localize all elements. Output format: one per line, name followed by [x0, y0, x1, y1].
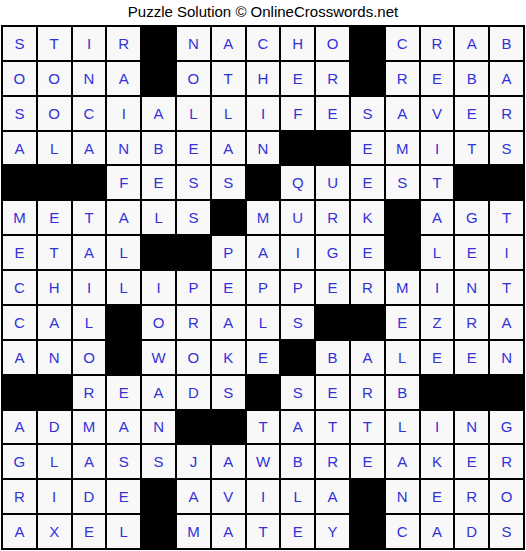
letter-cell: E [455, 236, 488, 269]
letter-cell: X [38, 515, 71, 548]
letter-cell: M [386, 132, 419, 165]
letter-cell: O [177, 341, 210, 374]
letter-cell: Q [281, 166, 314, 199]
block-cell [351, 480, 384, 513]
letter-cell: E [316, 97, 349, 130]
letter-cell: R [316, 201, 349, 234]
letter-cell: T [490, 271, 523, 304]
letter-cell: S [212, 166, 245, 199]
letter-cell: S [281, 306, 314, 339]
letter-cell: E [316, 376, 349, 409]
letter-cell: A [177, 480, 210, 513]
letter-cell: P [247, 271, 280, 304]
letter-cell: O [316, 27, 349, 60]
letter-cell: S [177, 166, 210, 199]
letter-cell: N [386, 480, 419, 513]
letter-cell: P [177, 271, 210, 304]
letter-cell: H [247, 62, 280, 95]
letter-cell: G [490, 411, 523, 444]
letter-cell: O [3, 62, 36, 95]
letter-cell: O [38, 97, 71, 130]
letter-cell: T [247, 515, 280, 548]
letter-cell: A [281, 411, 314, 444]
letter-cell: I [73, 27, 106, 60]
letter-cell: L [281, 480, 314, 513]
letter-cell: S [107, 445, 140, 478]
letter-cell: R [177, 306, 210, 339]
letter-cell: N [73, 62, 106, 95]
letter-cell: C [3, 271, 36, 304]
letter-cell: A [38, 306, 71, 339]
letter-cell: I [421, 271, 454, 304]
block-cell [351, 27, 384, 60]
letter-cell: T [73, 201, 106, 234]
letter-cell: A [421, 515, 454, 548]
letter-cell: E [107, 376, 140, 409]
block-cell [142, 515, 175, 548]
letter-cell: M [177, 515, 210, 548]
letter-cell: E [142, 166, 175, 199]
block-cell [247, 376, 280, 409]
letter-cell: E [177, 132, 210, 165]
letter-cell: I [247, 97, 280, 130]
letter-cell: N [38, 341, 71, 374]
letter-cell: A [212, 306, 245, 339]
letter-cell: E [107, 480, 140, 513]
letter-cell: I [38, 480, 71, 513]
letter-cell: R [455, 480, 488, 513]
letter-cell: N [455, 411, 488, 444]
letter-cell: S [351, 97, 384, 130]
block-cell [3, 376, 36, 409]
letter-cell: T [38, 27, 71, 60]
letter-cell: R [3, 480, 36, 513]
letter-cell: T [351, 411, 384, 444]
letter-cell: E [421, 341, 454, 374]
letter-cell: I [490, 236, 523, 269]
letter-cell: B [386, 376, 419, 409]
block-cell [316, 306, 349, 339]
letter-cell: S [3, 97, 36, 130]
block-cell [142, 480, 175, 513]
letter-cell: T [455, 132, 488, 165]
block-cell [490, 376, 523, 409]
letter-cell: L [386, 341, 419, 374]
letter-cell: A [490, 62, 523, 95]
letter-cell: L [177, 97, 210, 130]
letter-cell: S [3, 27, 36, 60]
letter-cell: B [455, 62, 488, 95]
letter-cell: N [247, 132, 280, 165]
letter-cell: D [177, 376, 210, 409]
letter-cell: A [142, 97, 175, 130]
letter-cell: Z [421, 306, 454, 339]
block-cell [281, 132, 314, 165]
letter-cell: S [142, 445, 175, 478]
block-cell [38, 376, 71, 409]
letter-cell: E [351, 132, 384, 165]
block-cell [455, 166, 488, 199]
letter-cell: C [386, 27, 419, 60]
block-cell [351, 306, 384, 339]
letter-cell: R [73, 376, 106, 409]
letter-cell: M [3, 201, 36, 234]
letter-cell: P [212, 236, 245, 269]
block-cell [142, 236, 175, 269]
letter-cell: T [247, 411, 280, 444]
letter-cell: N [142, 411, 175, 444]
block-cell [351, 515, 384, 548]
letter-cell: T [38, 236, 71, 269]
letter-cell: I [142, 271, 175, 304]
letter-cell: E [3, 236, 36, 269]
letter-cell: A [107, 201, 140, 234]
letter-cell: V [212, 480, 245, 513]
letter-cell: A [247, 236, 280, 269]
letter-cell: L [386, 411, 419, 444]
letter-cell: A [212, 27, 245, 60]
block-cell [38, 166, 71, 199]
letter-cell: H [281, 27, 314, 60]
letter-cell: L [212, 97, 245, 130]
letter-cell: R [455, 306, 488, 339]
letter-cell: U [316, 166, 349, 199]
letter-cell: I [281, 236, 314, 269]
letter-cell: O [142, 306, 175, 339]
letter-cell: A [142, 376, 175, 409]
letter-cell: E [281, 515, 314, 548]
letter-cell: B [281, 445, 314, 478]
block-cell [247, 166, 280, 199]
letter-cell: E [38, 201, 71, 234]
block-cell [177, 236, 210, 269]
letter-cell: H [38, 271, 71, 304]
letter-cell: M [73, 411, 106, 444]
letter-cell: E [316, 271, 349, 304]
letter-cell: N [455, 271, 488, 304]
block-cell [212, 201, 245, 234]
letter-cell: A [212, 445, 245, 478]
letter-cell: A [421, 201, 454, 234]
letter-cell: L [73, 306, 106, 339]
letter-cell: O [38, 62, 71, 95]
letter-cell: W [142, 341, 175, 374]
block-cell [3, 166, 36, 199]
letter-cell: N [490, 341, 523, 374]
letter-cell: M [247, 201, 280, 234]
letter-cell: A [107, 411, 140, 444]
letter-cell: I [421, 411, 454, 444]
letter-cell: E [351, 166, 384, 199]
block-cell [212, 411, 245, 444]
letter-cell: O [73, 341, 106, 374]
letter-cell: E [455, 341, 488, 374]
letter-cell: E [281, 62, 314, 95]
letter-cell: A [351, 341, 384, 374]
block-cell [316, 132, 349, 165]
letter-cell: A [73, 236, 106, 269]
letter-cell: A [455, 27, 488, 60]
block-cell [73, 166, 106, 199]
letter-cell: D [38, 411, 71, 444]
letter-cell: A [490, 306, 523, 339]
block-cell [281, 341, 314, 374]
block-cell [386, 201, 419, 234]
letter-cell: I [73, 271, 106, 304]
letter-cell: L [421, 236, 454, 269]
block-cell [386, 236, 419, 269]
letter-cell: A [73, 132, 106, 165]
letter-cell: E [73, 515, 106, 548]
block-cell [142, 27, 175, 60]
letter-cell: S [490, 132, 523, 165]
letter-cell: E [386, 306, 419, 339]
letter-cell: R [351, 271, 384, 304]
crossword-board: STIRNACHOCRABOONAOTHERREBASOCIALLIFESAVE… [1, 25, 525, 550]
letter-cell: A [3, 411, 36, 444]
letter-cell: J [177, 445, 210, 478]
letter-cell: F [281, 97, 314, 130]
letter-cell: B [142, 132, 175, 165]
letter-cell: I [107, 97, 140, 130]
puzzle-solution-page: Puzzle Solution © OnlineCrosswords.net S… [0, 0, 526, 551]
letter-cell: E [421, 480, 454, 513]
letter-cell: S [212, 376, 245, 409]
letter-cell: A [107, 62, 140, 95]
letter-cell: G [316, 236, 349, 269]
letter-cell: O [177, 62, 210, 95]
letter-cell: B [316, 341, 349, 374]
letter-cell: R [107, 27, 140, 60]
letter-cell: T [490, 201, 523, 234]
letter-cell: A [3, 341, 36, 374]
letter-cell: I [247, 480, 280, 513]
block-cell [455, 376, 488, 409]
letter-cell: L [107, 515, 140, 548]
block-cell [490, 166, 523, 199]
letter-cell: E [351, 445, 384, 478]
block-cell [107, 341, 140, 374]
letter-cell: C [247, 27, 280, 60]
block-cell [107, 306, 140, 339]
letter-cell: O [490, 480, 523, 513]
letter-cell: L [107, 236, 140, 269]
letter-cell: L [142, 201, 175, 234]
letter-cell: T [316, 411, 349, 444]
letter-cell: E [455, 445, 488, 478]
letter-cell: S [490, 515, 523, 548]
letter-cell: A [3, 132, 36, 165]
letter-cell: D [455, 515, 488, 548]
letter-cell: C [386, 515, 419, 548]
letter-cell: I [421, 132, 454, 165]
letter-cell: A [3, 515, 36, 548]
letter-cell: C [73, 97, 106, 130]
letter-cell: T [212, 62, 245, 95]
letter-cell: L [107, 271, 140, 304]
letter-cell: R [386, 62, 419, 95]
letter-cell: E [421, 62, 454, 95]
letter-cell: A [73, 445, 106, 478]
letter-cell: F [107, 166, 140, 199]
letter-cell: R [351, 376, 384, 409]
letter-cell: S [177, 201, 210, 234]
letter-cell: R [316, 445, 349, 478]
letter-cell: L [247, 306, 280, 339]
letter-cell: R [490, 97, 523, 130]
letter-cell: K [212, 341, 245, 374]
letter-cell: S [386, 166, 419, 199]
block-cell [421, 376, 454, 409]
letter-cell: W [247, 445, 280, 478]
letter-cell: G [455, 201, 488, 234]
letter-cell: C [3, 306, 36, 339]
letter-cell: B [490, 27, 523, 60]
letter-cell: A [316, 480, 349, 513]
letter-cell: N [107, 132, 140, 165]
letter-cell: M [386, 271, 419, 304]
letter-cell: L [38, 132, 71, 165]
letter-cell: R [421, 27, 454, 60]
letter-cell: E [247, 341, 280, 374]
letter-cell: P [281, 271, 314, 304]
letter-cell: A [212, 515, 245, 548]
letter-cell: S [281, 376, 314, 409]
block-cell [177, 411, 210, 444]
block-cell [351, 62, 384, 95]
letter-cell: V [421, 97, 454, 130]
letter-cell: A [386, 445, 419, 478]
letter-cell: E [455, 97, 488, 130]
letter-cell: T [421, 166, 454, 199]
letter-cell: R [490, 445, 523, 478]
letter-cell: A [212, 132, 245, 165]
letter-cell: U [281, 201, 314, 234]
page-title: Puzzle Solution © OnlineCrosswords.net [0, 0, 526, 25]
letter-cell: K [421, 445, 454, 478]
letter-cell: G [3, 445, 36, 478]
letter-cell: E [351, 236, 384, 269]
letter-cell: Y [316, 515, 349, 548]
letter-cell: K [351, 201, 384, 234]
letter-cell: L [38, 445, 71, 478]
letter-cell: N [177, 27, 210, 60]
letter-cell: R [316, 62, 349, 95]
block-cell [142, 62, 175, 95]
letter-cell: D [73, 480, 106, 513]
letter-cell: E [212, 271, 245, 304]
letter-cell: A [386, 97, 419, 130]
